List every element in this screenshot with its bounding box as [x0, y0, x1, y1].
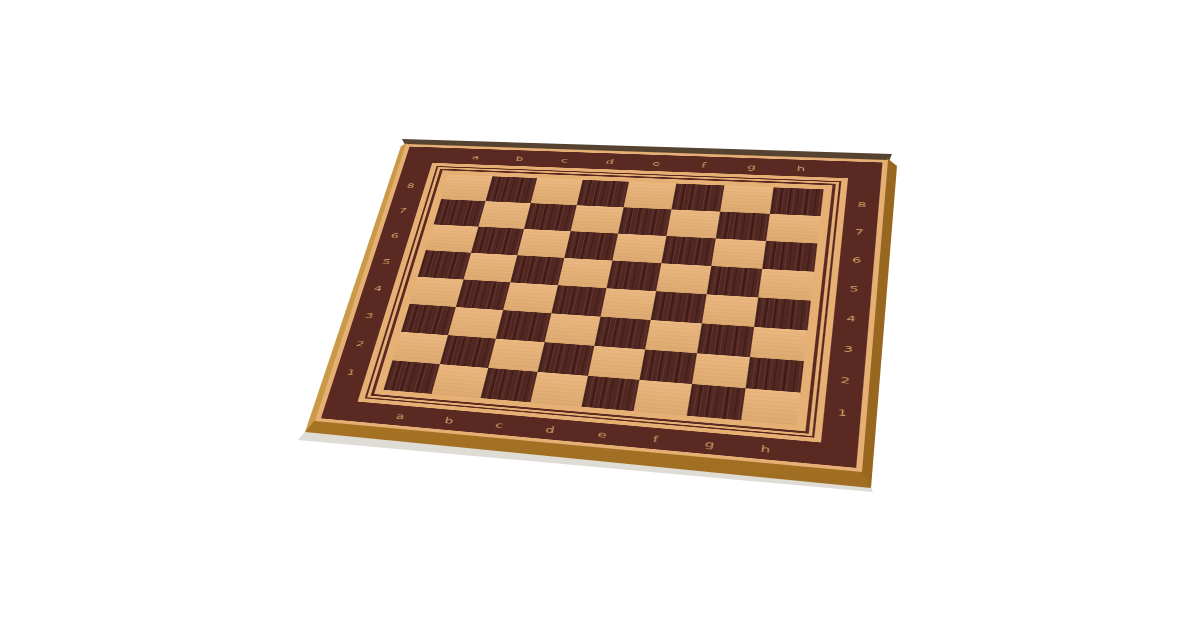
square-b5 — [464, 253, 518, 283]
square-c6 — [517, 229, 570, 258]
square-f4 — [651, 291, 707, 323]
square-b8 — [485, 176, 537, 203]
square-a4 — [410, 277, 464, 307]
square-b1 — [432, 364, 489, 398]
square-h7 — [766, 214, 820, 244]
square-h1 — [741, 388, 800, 425]
square-d3 — [545, 313, 601, 345]
square-d6 — [564, 231, 618, 260]
square-a5 — [418, 250, 471, 279]
square-g2 — [692, 353, 750, 388]
square-a1 — [384, 360, 440, 393]
square-c1 — [480, 368, 537, 402]
square-c3 — [496, 310, 552, 342]
square-e3 — [594, 317, 650, 350]
square-g5 — [707, 266, 763, 297]
square-c7 — [524, 203, 577, 231]
square-h3 — [750, 327, 808, 361]
square-e2 — [588, 346, 645, 380]
square-e1 — [581, 376, 639, 411]
square-e5 — [607, 261, 662, 292]
square-f3 — [645, 320, 702, 353]
square-g3 — [697, 323, 754, 357]
square-c5 — [510, 255, 564, 285]
square-g8 — [720, 185, 773, 213]
square-h4 — [754, 297, 811, 330]
square-e7 — [618, 207, 671, 236]
square-c2 — [488, 339, 544, 372]
square-h2 — [746, 357, 804, 392]
square-h6 — [762, 241, 817, 272]
square-b6 — [471, 227, 524, 256]
board-scene: aabbccddeeffgghh8877665544332211 — [0, 0, 1200, 630]
square-a8 — [441, 175, 492, 202]
square-d5 — [558, 258, 612, 288]
square-f8 — [671, 184, 724, 212]
square-f2 — [639, 350, 697, 385]
product-photo-canvas: aabbccddeeffgghh8877665544332211 — [0, 0, 1200, 630]
squares-grid — [384, 175, 824, 425]
square-b2 — [440, 335, 496, 368]
square-b7 — [478, 201, 530, 229]
square-b4 — [456, 280, 510, 311]
square-e6 — [612, 234, 666, 264]
square-d8 — [577, 180, 629, 207]
square-a6 — [426, 224, 479, 252]
square-g1 — [687, 384, 746, 420]
square-d2 — [538, 342, 595, 376]
square-f1 — [634, 380, 692, 416]
square-c4 — [503, 282, 558, 313]
square-h8 — [770, 187, 824, 216]
square-g4 — [702, 294, 758, 327]
square-f7 — [666, 209, 720, 238]
square-a2 — [392, 332, 448, 364]
square-f6 — [661, 236, 715, 266]
square-a7 — [434, 199, 486, 226]
square-b3 — [448, 307, 503, 339]
square-d4 — [551, 285, 606, 316]
square-a3 — [401, 304, 456, 335]
square-h5 — [758, 269, 814, 301]
square-c8 — [531, 178, 583, 205]
square-e8 — [624, 182, 677, 210]
square-f5 — [656, 263, 711, 294]
square-d7 — [571, 205, 624, 233]
square-g6 — [711, 238, 766, 268]
chess-board: aabbccddeeffgghh8877665544332211 — [315, 144, 888, 472]
square-d1 — [530, 372, 588, 407]
square-g7 — [716, 212, 770, 241]
square-e4 — [600, 288, 656, 320]
